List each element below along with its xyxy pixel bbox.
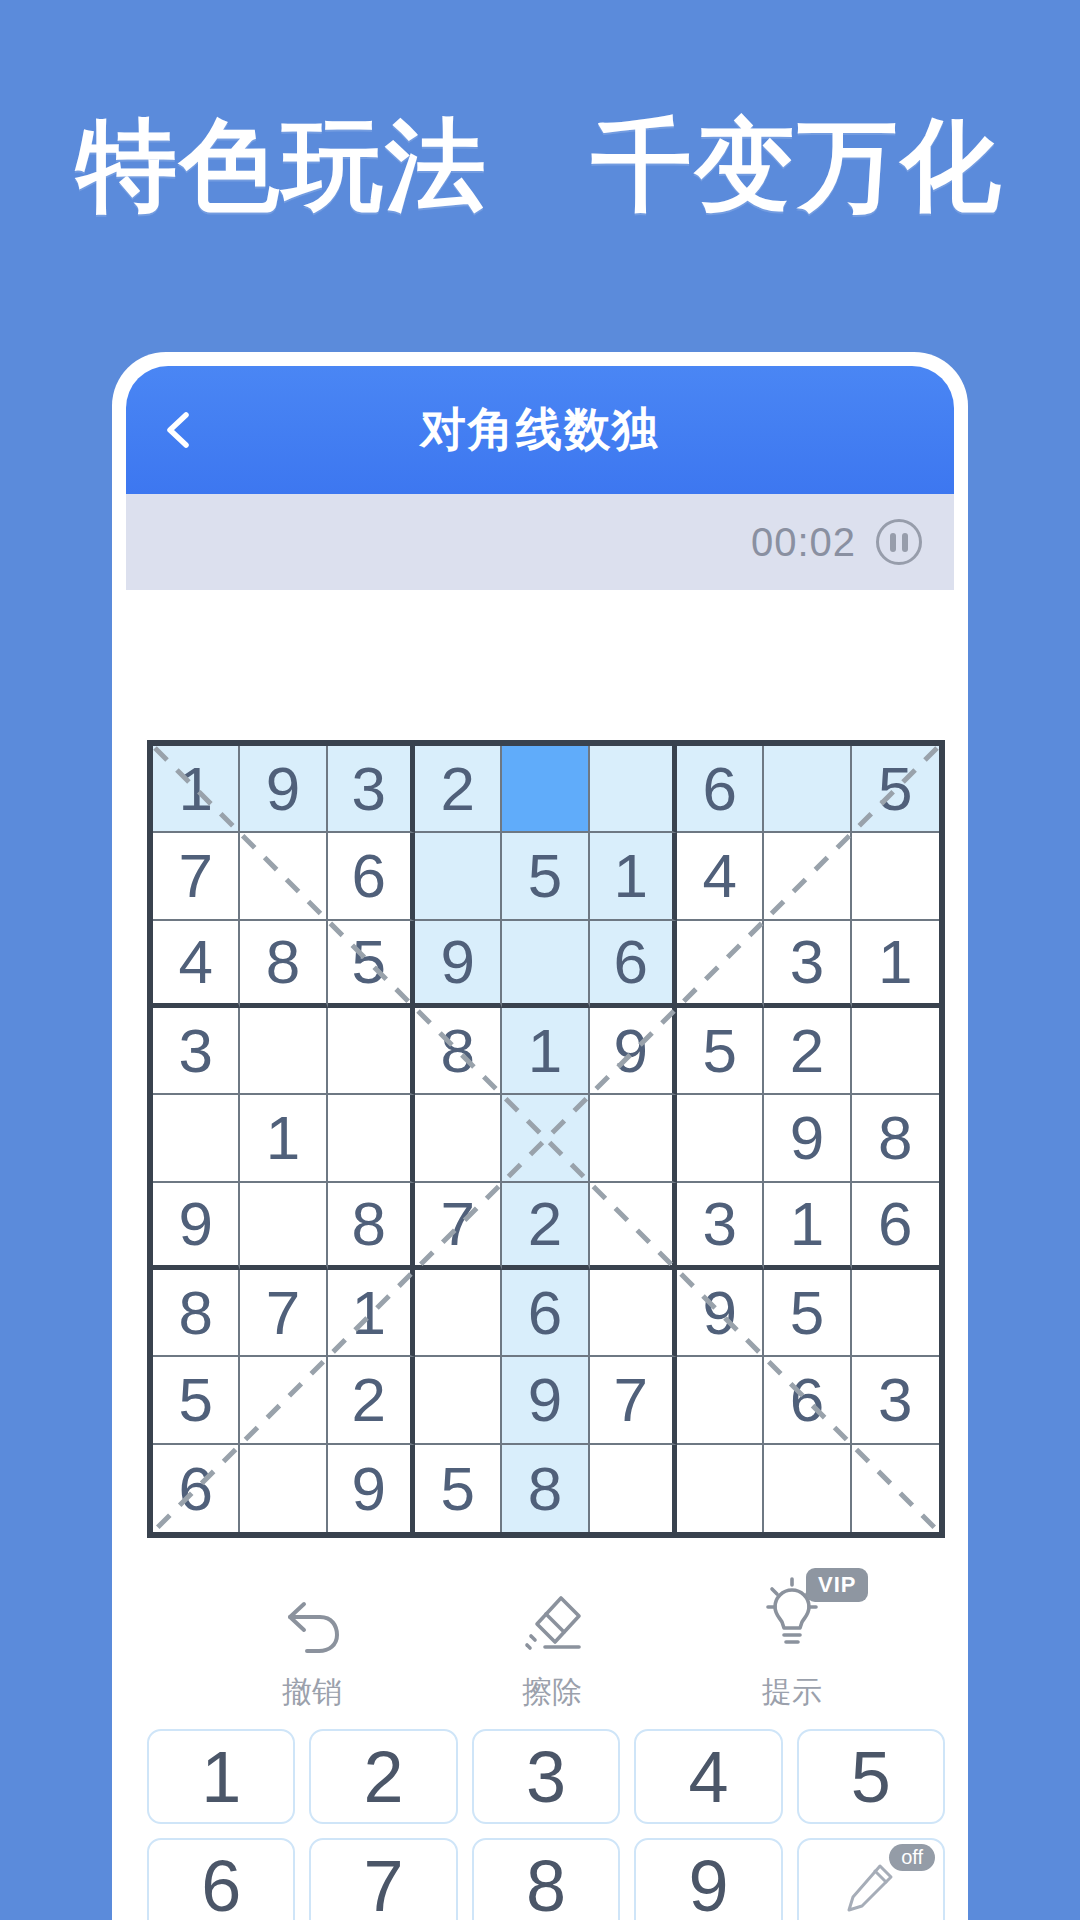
- undo-button[interactable]: 撤销: [192, 1576, 432, 1713]
- numpad-4[interactable]: 4: [634, 1729, 782, 1824]
- cell-r1c5[interactable]: [502, 746, 589, 833]
- cell-r1c3[interactable]: 3: [328, 746, 415, 833]
- pause-icon: [890, 533, 896, 552]
- cell-r9c7[interactable]: [677, 1445, 764, 1532]
- toolbar: 撤销 擦除: [192, 1576, 912, 1706]
- cell-r1c2[interactable]: 9: [240, 746, 327, 833]
- undo-icon: [280, 1598, 344, 1658]
- cell-r8c3[interactable]: 2: [328, 1357, 415, 1444]
- cell-r2c6[interactable]: 1: [590, 833, 677, 920]
- cell-r3c1[interactable]: 4: [153, 921, 240, 1008]
- cell-r9c5[interactable]: 8: [502, 1445, 589, 1532]
- numpad-6[interactable]: 6: [147, 1838, 295, 1920]
- cell-r5c8[interactable]: 9: [764, 1095, 851, 1182]
- cell-r8c5[interactable]: 9: [502, 1357, 589, 1444]
- cell-r7c3[interactable]: 1: [328, 1270, 415, 1357]
- cell-r6c4[interactable]: 7: [415, 1183, 502, 1270]
- cell-r1c8[interactable]: [764, 746, 851, 833]
- cell-r4c4[interactable]: 8: [415, 1008, 502, 1095]
- cell-r4c6[interactable]: 9: [590, 1008, 677, 1095]
- numpad-7[interactable]: 7: [309, 1838, 457, 1920]
- cell-r6c6[interactable]: [590, 1183, 677, 1270]
- cell-r8c8[interactable]: 6: [764, 1357, 851, 1444]
- card-header: 对角线数独: [126, 366, 954, 494]
- cell-r9c3[interactable]: 9: [328, 1445, 415, 1532]
- cell-r5c1[interactable]: [153, 1095, 240, 1182]
- cell-r8c1[interactable]: 5: [153, 1357, 240, 1444]
- cell-r2c1[interactable]: 7: [153, 833, 240, 920]
- numpad-5[interactable]: 5: [797, 1729, 945, 1824]
- cell-r2c5[interactable]: 5: [502, 833, 589, 920]
- cell-r3c6[interactable]: 6: [590, 921, 677, 1008]
- cell-r6c2[interactable]: [240, 1183, 327, 1270]
- cell-r4c3[interactable]: [328, 1008, 415, 1095]
- page-slogan: 特色玩法 千变万化: [0, 100, 1080, 235]
- cell-r8c4[interactable]: [415, 1357, 502, 1444]
- cell-r4c8[interactable]: 2: [764, 1008, 851, 1095]
- cell-r3c9[interactable]: 1: [852, 921, 939, 1008]
- cell-r5c9[interactable]: 8: [852, 1095, 939, 1182]
- cell-r7c9[interactable]: [852, 1270, 939, 1357]
- chevron-left-icon: [158, 408, 202, 452]
- cell-r7c6[interactable]: [590, 1270, 677, 1357]
- cell-r5c7[interactable]: [677, 1095, 764, 1182]
- cell-r1c4[interactable]: 2: [415, 746, 502, 833]
- cell-r6c7[interactable]: 3: [677, 1183, 764, 1270]
- cell-r2c4[interactable]: [415, 833, 502, 920]
- numpad-9[interactable]: 9: [634, 1838, 782, 1920]
- cell-r2c2[interactable]: [240, 833, 327, 920]
- pencil-button[interactable]: off: [797, 1838, 945, 1920]
- cell-r7c8[interactable]: 5: [764, 1270, 851, 1357]
- erase-label: 擦除: [522, 1672, 582, 1713]
- cell-r6c3[interactable]: 8: [328, 1183, 415, 1270]
- cell-r5c6[interactable]: [590, 1095, 677, 1182]
- cell-r2c9[interactable]: [852, 833, 939, 920]
- cell-r4c2[interactable]: [240, 1008, 327, 1095]
- back-button[interactable]: [152, 402, 208, 458]
- cell-r6c1[interactable]: 9: [153, 1183, 240, 1270]
- hint-button[interactable]: VIP 提示: [672, 1576, 912, 1713]
- cell-r2c8[interactable]: [764, 833, 851, 920]
- cell-r2c7[interactable]: 4: [677, 833, 764, 920]
- cell-r4c5[interactable]: 1: [502, 1008, 589, 1095]
- cell-r2c3[interactable]: 6: [328, 833, 415, 920]
- cell-r6c8[interactable]: 1: [764, 1183, 851, 1270]
- cell-r8c7[interactable]: [677, 1357, 764, 1444]
- cell-r1c6[interactable]: [590, 746, 677, 833]
- cell-r8c9[interactable]: 3: [852, 1357, 939, 1444]
- cell-r4c9[interactable]: [852, 1008, 939, 1095]
- numpad-1[interactable]: 1: [147, 1729, 295, 1824]
- cell-r9c4[interactable]: 5: [415, 1445, 502, 1532]
- numpad-3[interactable]: 3: [472, 1729, 620, 1824]
- vip-badge: VIP: [806, 1568, 868, 1602]
- cell-r3c7[interactable]: [677, 921, 764, 1008]
- cell-r3c4[interactable]: 9: [415, 921, 502, 1008]
- pencil-off-badge: off: [889, 1844, 935, 1871]
- cell-r9c1[interactable]: 6: [153, 1445, 240, 1532]
- pause-button[interactable]: [876, 519, 922, 565]
- number-pad: 12345 6789 off: [147, 1729, 945, 1920]
- cell-r9c9[interactable]: [852, 1445, 939, 1532]
- cell-r8c2[interactable]: [240, 1357, 327, 1444]
- timer-bar: 00:02: [126, 494, 954, 590]
- cell-r3c8[interactable]: 3: [764, 921, 851, 1008]
- timer-value: 00:02: [751, 520, 856, 565]
- cell-r3c5[interactable]: [502, 921, 589, 1008]
- game-card: 对角线数独 00:02 1932657651448596313819521989…: [112, 352, 968, 1920]
- numpad-2[interactable]: 2: [309, 1729, 457, 1824]
- cell-r9c2[interactable]: [240, 1445, 327, 1532]
- hint-label: 提示: [762, 1672, 822, 1713]
- cell-r3c3[interactable]: 5: [328, 921, 415, 1008]
- sudoku-grid: 1932657651448596313819521989872316871695…: [153, 746, 939, 1532]
- numpad-row-2: 6789 off: [147, 1838, 945, 1920]
- eraser-icon: [519, 1592, 585, 1658]
- cell-r4c1[interactable]: 3: [153, 1008, 240, 1095]
- cell-r1c7[interactable]: 6: [677, 746, 764, 833]
- cell-r4c7[interactable]: 5: [677, 1008, 764, 1095]
- numpad-row-1: 12345: [147, 1729, 945, 1824]
- undo-label: 撤销: [282, 1672, 342, 1713]
- cell-r9c8[interactable]: [764, 1445, 851, 1532]
- cell-r6c9[interactable]: 6: [852, 1183, 939, 1270]
- cell-r5c4[interactable]: [415, 1095, 502, 1182]
- cell-r6c5[interactable]: 2: [502, 1183, 589, 1270]
- cell-r5c2[interactable]: 1: [240, 1095, 327, 1182]
- page-title: 对角线数独: [420, 399, 660, 461]
- cell-r3c2[interactable]: 8: [240, 921, 327, 1008]
- cell-r5c3[interactable]: [328, 1095, 415, 1182]
- cell-r9c6[interactable]: [590, 1445, 677, 1532]
- cell-r1c1[interactable]: 1: [153, 746, 240, 833]
- cell-r7c7[interactable]: 9: [677, 1270, 764, 1357]
- erase-button[interactable]: 擦除: [432, 1576, 672, 1713]
- cell-r5c5[interactable]: [502, 1095, 589, 1182]
- cell-r7c4[interactable]: [415, 1270, 502, 1357]
- cell-r7c5[interactable]: 6: [502, 1270, 589, 1357]
- cell-r7c2[interactable]: 7: [240, 1270, 327, 1357]
- cell-r7c1[interactable]: 8: [153, 1270, 240, 1357]
- sudoku-board: 1932657651448596313819521989872316871695…: [147, 740, 945, 1538]
- numpad-8[interactable]: 8: [472, 1838, 620, 1920]
- cell-r1c9[interactable]: 5: [852, 746, 939, 833]
- cell-r8c6[interactable]: 7: [590, 1357, 677, 1444]
